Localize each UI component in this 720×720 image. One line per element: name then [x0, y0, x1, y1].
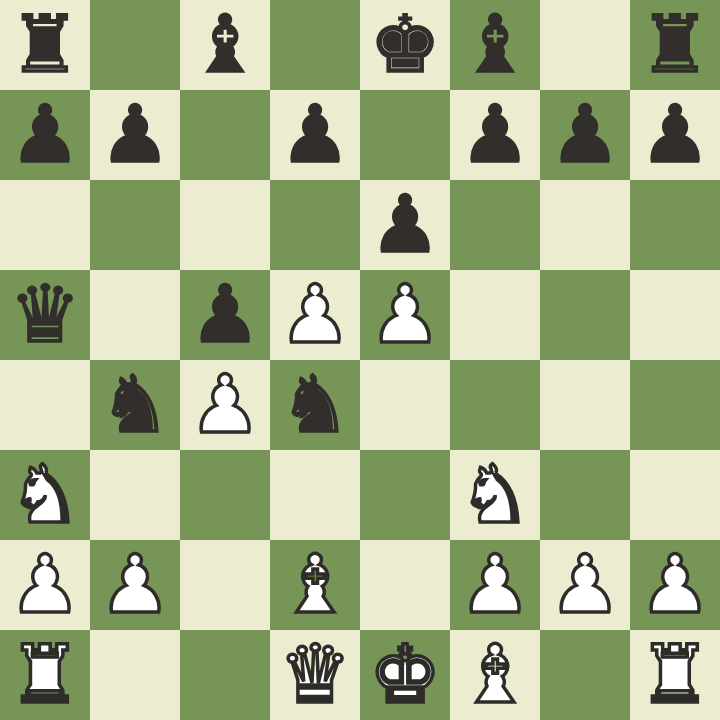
square-g1[interactable] [540, 630, 630, 720]
square-h4[interactable] [630, 360, 720, 450]
square-c8[interactable]: ♝ [180, 0, 270, 90]
piece-white-pawn[interactable]: ♟ [549, 540, 621, 630]
piece-black-king[interactable]: ♚ [369, 0, 441, 90]
piece-black-queen[interactable]: ♛ [9, 270, 81, 360]
piece-black-rook[interactable]: ♜ [639, 0, 711, 90]
square-a1[interactable]: ♜ [0, 630, 90, 720]
square-b4[interactable]: ♞ [90, 360, 180, 450]
piece-black-pawn[interactable]: ♟ [9, 90, 81, 180]
piece-white-pawn[interactable]: ♟ [639, 540, 711, 630]
square-f1[interactable]: ♝ [450, 630, 540, 720]
square-f5[interactable] [450, 270, 540, 360]
square-g2[interactable]: ♟ [540, 540, 630, 630]
piece-black-pawn[interactable]: ♟ [279, 90, 351, 180]
square-c2[interactable] [180, 540, 270, 630]
square-e4[interactable] [360, 360, 450, 450]
square-f4[interactable] [450, 360, 540, 450]
square-g6[interactable] [540, 180, 630, 270]
square-c5[interactable]: ♟ [180, 270, 270, 360]
square-h2[interactable]: ♟ [630, 540, 720, 630]
piece-black-pawn[interactable]: ♟ [99, 90, 171, 180]
piece-white-rook[interactable]: ♜ [639, 630, 711, 720]
square-e1[interactable]: ♚ [360, 630, 450, 720]
square-b3[interactable] [90, 450, 180, 540]
square-c1[interactable] [180, 630, 270, 720]
square-a8[interactable]: ♜ [0, 0, 90, 90]
square-h7[interactable]: ♟ [630, 90, 720, 180]
square-g8[interactable] [540, 0, 630, 90]
piece-black-pawn[interactable]: ♟ [639, 90, 711, 180]
piece-black-pawn[interactable]: ♟ [189, 270, 261, 360]
square-b7[interactable]: ♟ [90, 90, 180, 180]
square-d7[interactable]: ♟ [270, 90, 360, 180]
square-e6[interactable]: ♟ [360, 180, 450, 270]
piece-white-knight[interactable]: ♞ [459, 450, 531, 540]
square-g3[interactable] [540, 450, 630, 540]
square-d4[interactable]: ♞ [270, 360, 360, 450]
square-h3[interactable] [630, 450, 720, 540]
piece-white-pawn[interactable]: ♟ [189, 360, 261, 450]
piece-white-pawn[interactable]: ♟ [459, 540, 531, 630]
square-h6[interactable] [630, 180, 720, 270]
square-d2[interactable]: ♝ [270, 540, 360, 630]
square-a3[interactable]: ♞ [0, 450, 90, 540]
square-a7[interactable]: ♟ [0, 90, 90, 180]
piece-black-knight[interactable]: ♞ [279, 360, 351, 450]
square-b6[interactable] [90, 180, 180, 270]
piece-white-rook[interactable]: ♜ [9, 630, 81, 720]
piece-white-bishop[interactable]: ♝ [279, 540, 351, 630]
square-a4[interactable] [0, 360, 90, 450]
piece-white-knight[interactable]: ♞ [9, 450, 81, 540]
square-h1[interactable]: ♜ [630, 630, 720, 720]
chess-board: ♜♝♚♝♜♟♟♟♟♟♟♟♛♟♟♟♞♟♞♞♞♟♟♝♟♟♟♜♛♚♝♜ [0, 0, 720, 720]
square-c3[interactable] [180, 450, 270, 540]
square-f6[interactable] [450, 180, 540, 270]
square-g4[interactable] [540, 360, 630, 450]
square-d3[interactable] [270, 450, 360, 540]
square-f7[interactable]: ♟ [450, 90, 540, 180]
square-h5[interactable] [630, 270, 720, 360]
square-f8[interactable]: ♝ [450, 0, 540, 90]
square-a2[interactable]: ♟ [0, 540, 90, 630]
square-c4[interactable]: ♟ [180, 360, 270, 450]
piece-white-pawn[interactable]: ♟ [369, 270, 441, 360]
square-e5[interactable]: ♟ [360, 270, 450, 360]
piece-black-pawn[interactable]: ♟ [459, 90, 531, 180]
square-b2[interactable]: ♟ [90, 540, 180, 630]
square-d5[interactable]: ♟ [270, 270, 360, 360]
piece-black-rook[interactable]: ♜ [9, 0, 81, 90]
square-c6[interactable] [180, 180, 270, 270]
square-d1[interactable]: ♛ [270, 630, 360, 720]
square-a6[interactable] [0, 180, 90, 270]
square-b8[interactable] [90, 0, 180, 90]
square-a5[interactable]: ♛ [0, 270, 90, 360]
square-d8[interactable] [270, 0, 360, 90]
piece-black-knight[interactable]: ♞ [99, 360, 171, 450]
piece-white-pawn[interactable]: ♟ [99, 540, 171, 630]
piece-black-bishop[interactable]: ♝ [189, 0, 261, 90]
square-e3[interactable] [360, 450, 450, 540]
piece-black-bishop[interactable]: ♝ [459, 0, 531, 90]
square-c7[interactable] [180, 90, 270, 180]
piece-white-queen[interactable]: ♛ [279, 630, 351, 720]
square-f2[interactable]: ♟ [450, 540, 540, 630]
square-e2[interactable] [360, 540, 450, 630]
piece-white-pawn[interactable]: ♟ [9, 540, 81, 630]
square-b1[interactable] [90, 630, 180, 720]
square-e8[interactable]: ♚ [360, 0, 450, 90]
square-h8[interactable]: ♜ [630, 0, 720, 90]
square-b5[interactable] [90, 270, 180, 360]
square-g5[interactable] [540, 270, 630, 360]
piece-white-king[interactable]: ♚ [369, 630, 441, 720]
piece-black-pawn[interactable]: ♟ [549, 90, 621, 180]
piece-white-bishop[interactable]: ♝ [459, 630, 531, 720]
piece-black-pawn[interactable]: ♟ [369, 180, 441, 270]
square-d6[interactable] [270, 180, 360, 270]
square-e7[interactable] [360, 90, 450, 180]
piece-white-pawn[interactable]: ♟ [279, 270, 351, 360]
square-g7[interactable]: ♟ [540, 90, 630, 180]
square-f3[interactable]: ♞ [450, 450, 540, 540]
